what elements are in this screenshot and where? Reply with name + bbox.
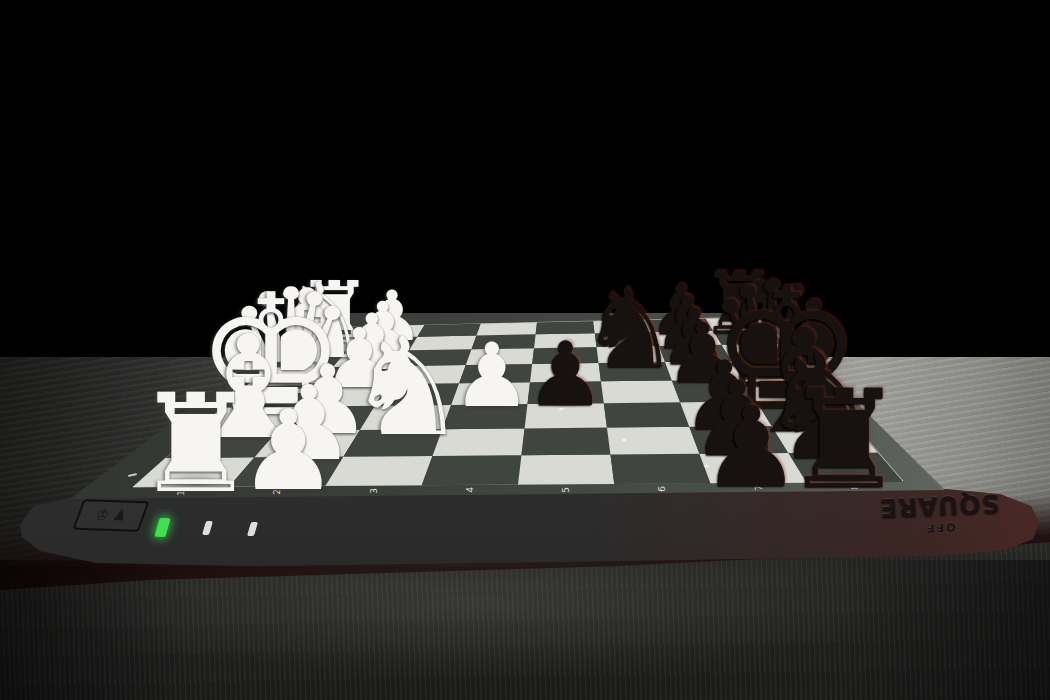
rank-label-6: 6 [658, 486, 667, 492]
board-led-glint [621, 438, 628, 442]
rank-label-5: 5 [562, 487, 571, 493]
rank-label-4: 4 [465, 487, 474, 493]
piece-black-rook-h8[interactable]: ♜ [783, 372, 905, 508]
table-front-shading [0, 560, 1050, 700]
piece-black-pawn-e5[interactable]: ♟ [526, 331, 605, 419]
crown-icon: ♔ [93, 508, 112, 523]
piece-white-pawn-h2[interactable]: ♟ [238, 395, 338, 506]
piece-black-pawn-h7[interactable]: ♟ [701, 392, 801, 503]
scene: ♔♟ OFF SQUARE 12345678 ♜♞♝♛♚♝♜♟♟♟♟♟♟♟♟♞♜… [0, 0, 1050, 700]
rank-label-3: 3 [369, 488, 378, 494]
dark-background [0, 0, 1050, 360]
pawn-icon: ♟ [110, 508, 129, 523]
